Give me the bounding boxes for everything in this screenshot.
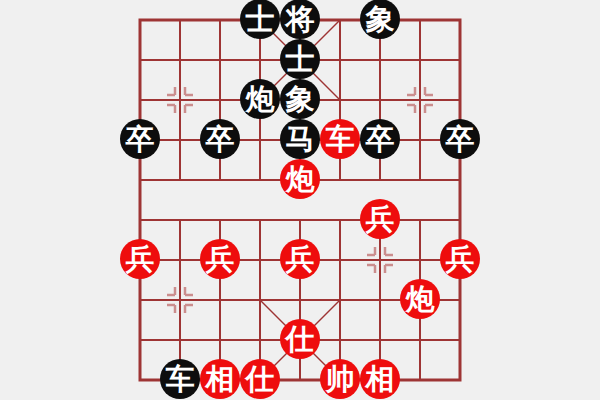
piece-black-soldier[interactable]: 卒 <box>440 119 480 159</box>
piece-red-cannon[interactable]: 炮 <box>280 159 320 199</box>
piece-red-soldier[interactable]: 兵 <box>120 239 160 279</box>
piece-black-elephant[interactable]: 象 <box>360 0 400 39</box>
piece-red-soldier[interactable]: 兵 <box>280 239 320 279</box>
piece-black-advisor[interactable]: 士 <box>240 0 280 39</box>
piece-black-horse[interactable]: 马 <box>280 119 320 159</box>
piece-red-soldier[interactable]: 兵 <box>200 239 240 279</box>
piece-red-advisor[interactable]: 仕 <box>280 319 320 359</box>
piece-black-advisor[interactable]: 士 <box>280 39 320 79</box>
xiangqi-board[interactable]: 士将象士炮象卒卒马车卒卒炮兵兵兵兵兵炮仕车相仕帅相 <box>0 0 600 400</box>
piece-black-soldier[interactable]: 卒 <box>120 119 160 159</box>
piece-red-advisor[interactable]: 仕 <box>240 359 280 399</box>
piece-red-soldier[interactable]: 兵 <box>440 239 480 279</box>
piece-black-chariot[interactable]: 车 <box>160 359 200 399</box>
piece-red-soldier[interactable]: 兵 <box>360 199 400 239</box>
piece-red-chariot[interactable]: 车 <box>320 119 360 159</box>
piece-black-elephant[interactable]: 象 <box>280 79 320 119</box>
piece-black-soldier[interactable]: 卒 <box>360 119 400 159</box>
pieces-layer: 士将象士炮象卒卒马车卒卒炮兵兵兵兵兵炮仕车相仕帅相 <box>0 0 600 400</box>
piece-red-cannon[interactable]: 炮 <box>400 279 440 319</box>
piece-red-elephant[interactable]: 相 <box>360 359 400 399</box>
piece-black-general[interactable]: 将 <box>280 0 320 39</box>
piece-red-elephant[interactable]: 相 <box>200 359 240 399</box>
piece-black-cannon[interactable]: 炮 <box>240 79 280 119</box>
piece-red-general[interactable]: 帅 <box>320 359 360 399</box>
piece-black-soldier[interactable]: 卒 <box>200 119 240 159</box>
